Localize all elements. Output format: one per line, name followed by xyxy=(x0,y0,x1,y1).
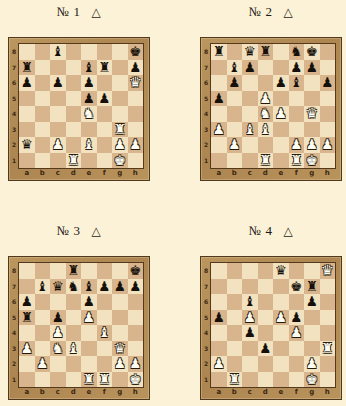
square-d1 xyxy=(258,372,274,388)
white-pawn: ♟ xyxy=(304,137,320,153)
chessboard: ♝♚♜♝♜♟♟♟♟♛♟♟♞♜♛♟♝♟♟♜♚ xyxy=(18,43,144,169)
square-c1 xyxy=(242,153,258,169)
rank-label-2: 2 xyxy=(202,137,210,153)
black-pawn: ♟ xyxy=(211,310,227,326)
square-h3 xyxy=(320,122,336,138)
file-label-h: h xyxy=(320,386,336,399)
square-h1 xyxy=(320,372,336,388)
black-pawn: ♟ xyxy=(289,60,305,76)
file-label-h: h xyxy=(128,167,144,180)
square-e5: ♟ xyxy=(273,310,289,326)
square-e8 xyxy=(273,44,289,60)
square-b1 xyxy=(35,153,51,169)
square-e2 xyxy=(273,137,289,153)
square-b5 xyxy=(35,91,51,107)
rank-label-8: 8 xyxy=(202,263,210,279)
square-b6 xyxy=(35,75,51,91)
square-d8 xyxy=(258,263,274,279)
square-a8 xyxy=(211,263,227,279)
white-pawn: ♟ xyxy=(128,137,144,153)
square-e7 xyxy=(273,279,289,295)
white-king: ♚ xyxy=(304,153,320,169)
square-d5 xyxy=(258,310,274,326)
white-knight: ♞ xyxy=(258,106,274,122)
square-d4: ♞ xyxy=(258,106,274,122)
square-c3 xyxy=(242,341,258,357)
file-label-d: d xyxy=(66,167,82,180)
square-d7 xyxy=(258,279,274,295)
square-d8: ♜ xyxy=(258,44,274,60)
square-g8 xyxy=(112,263,128,279)
square-c7 xyxy=(50,60,66,76)
black-pawn: ♟ xyxy=(128,60,144,76)
file-label-b: b xyxy=(227,167,243,180)
black-bishop: ♝ xyxy=(81,60,97,76)
diagram-1: № 1△ 87654321 ♝♚♜♝♜♟♟♟♟♛♟♟♞♜♛♟♝♟♟♜♚ abcd… xyxy=(8,5,150,181)
diagram-number-label: № 1 xyxy=(57,4,81,19)
square-b3 xyxy=(35,122,51,138)
file-label-e: e xyxy=(81,167,97,180)
square-b3 xyxy=(35,341,51,357)
white-pawn: ♟ xyxy=(50,325,66,341)
black-pawn: ♟ xyxy=(81,294,97,310)
square-b8 xyxy=(227,263,243,279)
square-b4 xyxy=(35,106,51,122)
diagram-number-label: № 2 xyxy=(249,4,273,19)
white-bishop: ♝ xyxy=(97,325,113,341)
square-c1 xyxy=(50,153,66,169)
rank-label-5: 5 xyxy=(10,91,18,107)
square-h7: ♟ xyxy=(128,279,144,295)
square-d5 xyxy=(66,91,82,107)
black-king: ♚ xyxy=(128,263,144,279)
square-f2 xyxy=(97,356,113,372)
square-g3: ♜ xyxy=(112,122,128,138)
square-c4 xyxy=(242,106,258,122)
file-labels: abcdefgh xyxy=(19,167,143,180)
white-pawn: ♟ xyxy=(112,137,128,153)
square-f3 xyxy=(97,122,113,138)
square-e5: ♟ xyxy=(81,310,97,326)
square-f3 xyxy=(289,341,305,357)
square-g1: ♚ xyxy=(304,153,320,169)
white-pawn: ♟ xyxy=(242,310,258,326)
black-pawn: ♟ xyxy=(19,294,35,310)
square-f4 xyxy=(97,106,113,122)
white-pawn: ♟ xyxy=(50,137,66,153)
square-d4 xyxy=(66,325,82,341)
square-g5 xyxy=(112,91,128,107)
black-pawn: ♟ xyxy=(211,91,227,107)
square-c2 xyxy=(50,356,66,372)
white-rook: ♜ xyxy=(112,122,128,138)
square-d5 xyxy=(66,310,82,326)
square-a4 xyxy=(211,106,227,122)
square-e1: ♜ xyxy=(81,372,97,388)
file-label-a: a xyxy=(211,386,227,399)
rank-label-3: 3 xyxy=(10,122,18,138)
rank-label-2: 2 xyxy=(10,356,18,372)
white-queen: ♛ xyxy=(304,106,320,122)
square-a2 xyxy=(19,356,35,372)
square-b4 xyxy=(227,106,243,122)
square-a8: ♜ xyxy=(211,44,227,60)
square-g2: ♟ xyxy=(304,356,320,372)
square-b5 xyxy=(227,91,243,107)
square-d6 xyxy=(66,294,82,310)
square-d3: ♝ xyxy=(258,122,274,138)
file-label-e: e xyxy=(273,386,289,399)
black-pawn: ♟ xyxy=(128,279,144,295)
rank-label-6: 6 xyxy=(10,294,18,310)
square-c1 xyxy=(242,372,258,388)
square-a4 xyxy=(211,325,227,341)
square-c6 xyxy=(242,75,258,91)
square-d1 xyxy=(66,372,82,388)
square-g6 xyxy=(112,75,128,91)
white-pawn: ♟ xyxy=(112,356,128,372)
diagram-4: № 4△ 87654321 ♛♛♚♜♝♟♟♟♟♟♟♟♟♜♟♟♜♚ abcdefg… xyxy=(200,224,342,400)
square-g3 xyxy=(304,341,320,357)
square-g8 xyxy=(304,263,320,279)
square-h1 xyxy=(320,153,336,169)
rank-label-4: 4 xyxy=(10,325,18,341)
square-b7 xyxy=(227,279,243,295)
square-c6: ♟ xyxy=(50,75,66,91)
square-e5 xyxy=(273,91,289,107)
white-knight: ♞ xyxy=(50,341,66,357)
rank-label-4: 4 xyxy=(10,106,18,122)
square-g7: ♜ xyxy=(304,279,320,295)
square-a6 xyxy=(211,75,227,91)
rank-label-2: 2 xyxy=(202,356,210,372)
file-label-d: d xyxy=(66,386,82,399)
file-label-g: g xyxy=(112,386,128,399)
square-a6: ♟ xyxy=(19,75,35,91)
white-queen: ♛ xyxy=(112,341,128,357)
square-h2: ♟ xyxy=(320,137,336,153)
white-pawn: ♟ xyxy=(128,356,144,372)
white-pawn: ♟ xyxy=(19,341,35,357)
square-g8 xyxy=(112,44,128,60)
square-b2: ♟ xyxy=(35,356,51,372)
black-bishop: ♝ xyxy=(242,294,258,310)
white-pawn: ♟ xyxy=(211,356,227,372)
black-queen: ♛ xyxy=(19,137,35,153)
black-queen: ♛ xyxy=(50,279,66,295)
square-h8: ♚ xyxy=(128,44,144,60)
square-b7 xyxy=(35,60,51,76)
file-labels: abcdefgh xyxy=(211,167,335,180)
chessboard-frame: 87654321 ♛♛♚♜♝♟♟♟♟♟♟♟♟♜♟♟♜♚ abcdefgh xyxy=(200,256,342,400)
square-b5 xyxy=(227,310,243,326)
file-label-b: b xyxy=(35,167,51,180)
square-d2 xyxy=(258,137,274,153)
white-to-move-symbol: △ xyxy=(91,5,101,19)
square-g3 xyxy=(304,122,320,138)
square-f3 xyxy=(289,122,305,138)
rank-label-4: 4 xyxy=(202,106,210,122)
white-to-move-symbol: △ xyxy=(283,5,293,19)
square-c2 xyxy=(242,356,258,372)
square-f5 xyxy=(289,91,305,107)
square-h1 xyxy=(128,153,144,169)
black-pawn: ♟ xyxy=(81,91,97,107)
black-bishop: ♝ xyxy=(289,75,305,91)
square-g5 xyxy=(304,91,320,107)
square-e8 xyxy=(81,263,97,279)
square-e6 xyxy=(273,294,289,310)
square-g4: ♛ xyxy=(304,106,320,122)
square-b3 xyxy=(227,341,243,357)
square-a4 xyxy=(19,325,35,341)
black-bishop: ♝ xyxy=(50,44,66,60)
white-rook: ♜ xyxy=(258,153,274,169)
square-h6 xyxy=(320,294,336,310)
square-d2 xyxy=(66,356,82,372)
square-g3: ♛ xyxy=(112,341,128,357)
file-label-e: e xyxy=(81,386,97,399)
square-f2 xyxy=(97,137,113,153)
chessboard-frame: 87654321 ♜♛♜♞♚♝♟♟♟♟♟♝♟♟♟♞♟♛♟♝♝♟♟♟♟♜♜♚ ab… xyxy=(200,37,342,181)
rank-label-7: 7 xyxy=(10,279,18,295)
rank-label-2: 2 xyxy=(10,137,18,153)
square-b1 xyxy=(35,372,51,388)
square-g5 xyxy=(112,310,128,326)
square-d7 xyxy=(258,60,274,76)
file-label-g: g xyxy=(112,167,128,180)
square-f6 xyxy=(97,294,113,310)
black-pawn: ♟ xyxy=(50,310,66,326)
square-d7: ♞ xyxy=(66,279,82,295)
square-a7 xyxy=(211,279,227,295)
square-e5: ♟ xyxy=(81,91,97,107)
rank-labels: 87654321 xyxy=(202,263,210,387)
square-g2: ♟ xyxy=(112,356,128,372)
white-rook: ♜ xyxy=(320,341,336,357)
square-e2 xyxy=(273,356,289,372)
square-a1 xyxy=(211,153,227,169)
file-label-f: f xyxy=(97,386,113,399)
black-king: ♚ xyxy=(304,44,320,60)
file-label-f: f xyxy=(97,167,113,180)
square-f7: ♜ xyxy=(97,60,113,76)
diagram-title: № 2△ xyxy=(200,5,342,19)
square-h3 xyxy=(128,122,144,138)
white-pawn: ♟ xyxy=(273,106,289,122)
square-d6 xyxy=(66,75,82,91)
square-g4 xyxy=(112,106,128,122)
diagram-number-label: № 4 xyxy=(249,223,273,238)
square-g4 xyxy=(304,325,320,341)
square-g2: ♟ xyxy=(112,137,128,153)
black-pawn: ♟ xyxy=(50,75,66,91)
black-pawn: ♟ xyxy=(289,310,305,326)
black-queen: ♛ xyxy=(273,263,289,279)
square-b2 xyxy=(35,137,51,153)
chessboard: ♜♚♝♛♞♝♟♟♟♟♟♜♟♟♟♝♟♞♝♛♟♟♟♜♜♚ xyxy=(18,262,144,388)
square-c5: ♟ xyxy=(242,310,258,326)
black-bishop: ♝ xyxy=(227,60,243,76)
square-f1: ♜ xyxy=(97,372,113,388)
square-d3 xyxy=(66,122,82,138)
square-h4 xyxy=(128,325,144,341)
square-b2: ♟ xyxy=(227,137,243,153)
square-c7 xyxy=(242,279,258,295)
square-e6: ♟ xyxy=(81,75,97,91)
black-pawn: ♟ xyxy=(273,75,289,91)
square-h1: ♚ xyxy=(128,372,144,388)
square-f7: ♚ xyxy=(289,279,305,295)
black-rook: ♜ xyxy=(258,44,274,60)
white-pawn: ♟ xyxy=(258,91,274,107)
rank-label-7: 7 xyxy=(202,60,210,76)
square-c8 xyxy=(50,263,66,279)
square-g5 xyxy=(304,310,320,326)
square-g6 xyxy=(304,75,320,91)
square-a7: ♜ xyxy=(19,60,35,76)
square-b5 xyxy=(35,310,51,326)
square-b7: ♝ xyxy=(35,279,51,295)
file-label-f: f xyxy=(289,386,305,399)
square-h7: ♟ xyxy=(128,60,144,76)
rank-label-3: 3 xyxy=(10,341,18,357)
white-bishop: ♝ xyxy=(66,341,82,357)
square-b6 xyxy=(227,294,243,310)
file-label-c: c xyxy=(50,167,66,180)
square-a5: ♟ xyxy=(211,91,227,107)
square-d8 xyxy=(66,44,82,60)
black-knight: ♞ xyxy=(289,44,305,60)
diagram-3: № 3△ 87654321 ♜♚♝♛♞♝♟♟♟♟♟♜♟♟♟♝♟♞♝♛♟♟♟♜♜♚… xyxy=(8,224,150,400)
rank-label-3: 3 xyxy=(202,341,210,357)
square-e7: ♝ xyxy=(81,279,97,295)
square-g1: ♚ xyxy=(112,153,128,169)
square-e3 xyxy=(273,341,289,357)
square-a2: ♟ xyxy=(211,356,227,372)
white-rook: ♜ xyxy=(81,372,97,388)
square-f6 xyxy=(289,294,305,310)
black-rook: ♜ xyxy=(19,310,35,326)
square-c6 xyxy=(50,294,66,310)
black-pawn: ♟ xyxy=(97,91,113,107)
square-a3: ♟ xyxy=(19,341,35,357)
black-pawn: ♟ xyxy=(320,75,336,91)
rank-label-5: 5 xyxy=(10,310,18,326)
square-f5: ♟ xyxy=(289,310,305,326)
file-label-a: a xyxy=(19,167,35,180)
square-h4 xyxy=(320,106,336,122)
white-rook: ♜ xyxy=(97,372,113,388)
black-queen: ♛ xyxy=(242,44,258,60)
white-pawn: ♟ xyxy=(81,310,97,326)
square-g6 xyxy=(112,294,128,310)
square-d2 xyxy=(66,137,82,153)
white-pawn: ♟ xyxy=(273,310,289,326)
square-d3: ♝ xyxy=(66,341,82,357)
square-g6: ♟ xyxy=(304,294,320,310)
rank-labels: 87654321 xyxy=(10,44,18,168)
rank-label-6: 6 xyxy=(202,75,210,91)
square-c2: ♟ xyxy=(50,137,66,153)
square-d7 xyxy=(66,60,82,76)
square-f4 xyxy=(289,106,305,122)
white-pawn: ♟ xyxy=(289,137,305,153)
square-e3 xyxy=(81,122,97,138)
white-pawn: ♟ xyxy=(289,325,305,341)
black-rook: ♜ xyxy=(211,44,227,60)
square-c5: ♟ xyxy=(50,310,66,326)
square-e3 xyxy=(81,341,97,357)
square-d6 xyxy=(258,294,274,310)
square-f8: ♞ xyxy=(289,44,305,60)
black-rook: ♜ xyxy=(304,279,320,295)
square-e8: ♛ xyxy=(273,263,289,279)
square-c7: ♛ xyxy=(50,279,66,295)
rank-label-1: 1 xyxy=(202,372,210,388)
square-a8 xyxy=(19,263,35,279)
square-g7: ♟ xyxy=(304,60,320,76)
rank-label-1: 1 xyxy=(202,153,210,169)
square-a6 xyxy=(211,294,227,310)
square-c6: ♝ xyxy=(242,294,258,310)
white-queen: ♛ xyxy=(128,75,144,91)
rank-labels: 87654321 xyxy=(202,44,210,168)
rank-label-7: 7 xyxy=(10,60,18,76)
square-h7 xyxy=(320,60,336,76)
square-a5 xyxy=(19,91,35,107)
square-c4: ♟ xyxy=(242,325,258,341)
black-king: ♚ xyxy=(128,44,144,60)
square-f8 xyxy=(289,263,305,279)
rank-labels: 87654321 xyxy=(10,263,18,387)
square-f6: ♝ xyxy=(289,75,305,91)
square-a1 xyxy=(19,153,35,169)
square-a7 xyxy=(19,279,35,295)
file-label-a: a xyxy=(19,386,35,399)
diagram-number-label: № 3 xyxy=(57,223,81,238)
black-knight: ♞ xyxy=(66,279,82,295)
square-c2 xyxy=(242,137,258,153)
white-king: ♚ xyxy=(128,372,144,388)
file-label-c: c xyxy=(50,386,66,399)
square-b2 xyxy=(227,356,243,372)
white-pawn: ♟ xyxy=(227,137,243,153)
square-e4: ♟ xyxy=(273,106,289,122)
rank-label-8: 8 xyxy=(10,44,18,60)
white-rook: ♜ xyxy=(227,372,243,388)
square-e4 xyxy=(81,325,97,341)
square-f8 xyxy=(97,263,113,279)
rank-label-3: 3 xyxy=(202,122,210,138)
black-pawn: ♟ xyxy=(242,325,258,341)
white-rook: ♜ xyxy=(66,153,82,169)
square-e4: ♞ xyxy=(81,106,97,122)
file-labels: abcdefgh xyxy=(19,386,143,399)
square-h5 xyxy=(128,91,144,107)
square-g7: ♟ xyxy=(112,279,128,295)
square-c3 xyxy=(50,122,66,138)
square-a1 xyxy=(211,372,227,388)
file-label-d: d xyxy=(258,386,274,399)
square-d3: ♟ xyxy=(258,341,274,357)
diagram-title: № 3△ xyxy=(8,224,150,238)
square-b8 xyxy=(35,44,51,60)
white-pawn: ♟ xyxy=(320,137,336,153)
square-a3 xyxy=(19,122,35,138)
white-bishop: ♝ xyxy=(258,122,274,138)
square-a2 xyxy=(211,137,227,153)
